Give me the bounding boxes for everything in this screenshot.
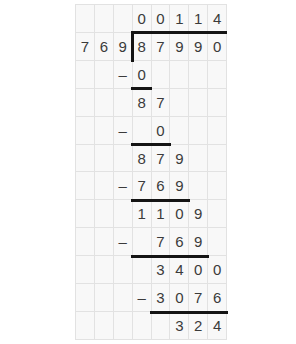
empty-cell-r1c3 xyxy=(114,5,133,33)
minus-sign-r11: – xyxy=(133,284,152,312)
digit-cell-r10c7: 0 xyxy=(189,256,208,284)
digit-cell-r11c7: 7 xyxy=(189,284,208,312)
long-division-worksheet: 0011476987990–087–0879–7691109–7693400–3… xyxy=(75,4,227,340)
empty-cell-r7c8 xyxy=(208,172,227,200)
digit-cell-r1c4: 0 xyxy=(133,5,152,33)
empty-cell-r4c8 xyxy=(208,89,227,117)
minus-sign-r9: – xyxy=(114,228,133,256)
empty-cell-r4c2 xyxy=(95,89,114,117)
digit-cell-r2c4: 8 xyxy=(133,33,152,61)
digit-cell-r1c6: 1 xyxy=(170,5,189,33)
empty-cell-r8c8 xyxy=(208,200,227,228)
empty-cell-r9c8 xyxy=(208,228,227,256)
minus-sign-r3: – xyxy=(114,61,133,89)
digit-cell-r8c7: 9 xyxy=(189,200,208,228)
long-division-grid: 0011476987990–087–0879–7691109–7693400–3… xyxy=(75,4,227,340)
digit-cell-r2c2: 6 xyxy=(95,33,114,61)
digit-cell-r2c1: 7 xyxy=(76,33,95,61)
digit-cell-r10c8: 0 xyxy=(208,256,227,284)
empty-cell-r1c2 xyxy=(95,5,114,33)
digit-cell-r7c4: 7 xyxy=(133,172,152,200)
minus-sign-r7: – xyxy=(114,172,133,200)
empty-cell-r11c2 xyxy=(95,284,114,312)
digit-cell-r12c8: 4 xyxy=(208,312,227,340)
digit-cell-r9c5: 7 xyxy=(152,228,171,256)
empty-cell-r10c4 xyxy=(133,256,152,284)
empty-cell-r9c4 xyxy=(133,228,152,256)
empty-cell-r8c3 xyxy=(114,200,133,228)
digit-cell-r6c5: 7 xyxy=(152,145,171,173)
empty-cell-r6c3 xyxy=(114,145,133,173)
empty-cell-r4c1 xyxy=(76,89,95,117)
empty-cell-r6c8 xyxy=(208,145,227,173)
empty-cell-r10c3 xyxy=(114,256,133,284)
empty-cell-r7c7 xyxy=(189,172,208,200)
empty-cell-r3c6 xyxy=(170,61,189,89)
digit-cell-r2c6: 9 xyxy=(170,33,189,61)
empty-cell-r9c2 xyxy=(95,228,114,256)
empty-cell-r4c6 xyxy=(170,89,189,117)
digit-cell-r11c8: 6 xyxy=(208,284,227,312)
empty-cell-r3c1 xyxy=(76,61,95,89)
empty-cell-r5c2 xyxy=(95,117,114,145)
empty-cell-r5c1 xyxy=(76,117,95,145)
digit-cell-r10c5: 3 xyxy=(152,256,171,284)
empty-cell-r12c5 xyxy=(152,312,171,340)
digit-cell-r11c5: 3 xyxy=(152,284,171,312)
empty-cell-r7c1 xyxy=(76,172,95,200)
digit-cell-r2c7: 9 xyxy=(189,33,208,61)
digit-cell-r6c4: 8 xyxy=(133,145,152,173)
digit-cell-r9c7: 9 xyxy=(189,228,208,256)
digit-cell-r12c7: 2 xyxy=(189,312,208,340)
digit-cell-r11c6: 0 xyxy=(170,284,189,312)
empty-cell-r4c7 xyxy=(189,89,208,117)
empty-cell-r6c7 xyxy=(189,145,208,173)
empty-cell-r11c1 xyxy=(76,284,95,312)
empty-cell-r11c3 xyxy=(114,284,133,312)
page: 0011476987990–087–0879–7691109–7693400–3… xyxy=(0,0,296,344)
empty-cell-r4c3 xyxy=(114,89,133,117)
empty-cell-r9c1 xyxy=(76,228,95,256)
digit-cell-r7c5: 6 xyxy=(152,172,171,200)
empty-cell-r8c2 xyxy=(95,200,114,228)
digit-cell-r3c4: 0 xyxy=(133,61,152,89)
digit-cell-r2c8: 0 xyxy=(208,33,227,61)
empty-cell-r6c2 xyxy=(95,145,114,173)
empty-cell-r12c3 xyxy=(114,312,133,340)
empty-cell-r12c2 xyxy=(95,312,114,340)
digit-cell-r4c4: 8 xyxy=(133,89,152,117)
empty-cell-r5c6 xyxy=(170,117,189,145)
empty-cell-r6c1 xyxy=(76,145,95,173)
digit-cell-r9c6: 6 xyxy=(170,228,189,256)
empty-cell-r5c7 xyxy=(189,117,208,145)
empty-cell-r12c1 xyxy=(76,312,95,340)
digit-cell-r2c5: 7 xyxy=(152,33,171,61)
empty-cell-r10c1 xyxy=(76,256,95,284)
empty-cell-r1c1 xyxy=(76,5,95,33)
digit-cell-r10c6: 4 xyxy=(170,256,189,284)
empty-cell-r3c2 xyxy=(95,61,114,89)
empty-cell-r7c2 xyxy=(95,172,114,200)
digit-cell-r5c5: 0 xyxy=(152,117,171,145)
digit-cell-r1c7: 1 xyxy=(189,5,208,33)
empty-cell-r3c8 xyxy=(208,61,227,89)
digit-cell-r8c5: 1 xyxy=(152,200,171,228)
digit-cell-r7c6: 9 xyxy=(170,172,189,200)
empty-cell-r10c2 xyxy=(95,256,114,284)
digit-cell-r8c4: 1 xyxy=(133,200,152,228)
digit-cell-r1c5: 0 xyxy=(152,5,171,33)
digit-cell-r6c6: 9 xyxy=(170,145,189,173)
digit-cell-r4c5: 7 xyxy=(152,89,171,117)
digit-cell-r8c6: 0 xyxy=(170,200,189,228)
digit-cell-r2c3: 9 xyxy=(114,33,133,61)
empty-cell-r8c1 xyxy=(76,200,95,228)
minus-sign-r5: – xyxy=(114,117,133,145)
digit-cell-r12c6: 3 xyxy=(170,312,189,340)
empty-cell-r3c7 xyxy=(189,61,208,89)
empty-cell-r3c5 xyxy=(152,61,171,89)
empty-cell-r5c4 xyxy=(133,117,152,145)
digit-cell-r1c8: 4 xyxy=(208,5,227,33)
empty-cell-r5c8 xyxy=(208,117,227,145)
empty-cell-r12c4 xyxy=(133,312,152,340)
